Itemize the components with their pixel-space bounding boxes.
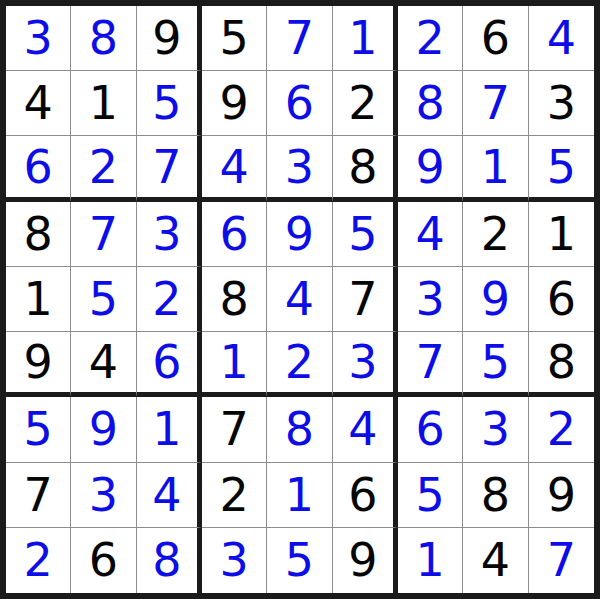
cell-r1c7[interactable]: 2 — [398, 6, 463, 71]
cell-r6c8[interactable]: 5 — [463, 332, 528, 397]
cell-r9c3[interactable]: 8 — [137, 528, 202, 593]
cell-r7c9[interactable]: 2 — [529, 397, 594, 462]
cell-r2c5[interactable]: 6 — [267, 71, 332, 136]
cell-r9c8[interactable]: 4 — [463, 528, 528, 593]
cell-r8c1[interactable]: 7 — [6, 463, 71, 528]
cell-r9c7[interactable]: 1 — [398, 528, 463, 593]
cell-r2c1[interactable]: 4 — [6, 71, 71, 136]
cell-r6c3[interactable]: 6 — [137, 332, 202, 397]
cell-r4c2[interactable]: 7 — [71, 202, 136, 267]
cell-r5c8[interactable]: 9 — [463, 267, 528, 332]
cell-r2c2[interactable]: 1 — [71, 71, 136, 136]
cell-r9c1[interactable]: 2 — [6, 528, 71, 593]
cell-r4c7[interactable]: 4 — [398, 202, 463, 267]
cell-r3c4[interactable]: 4 — [202, 136, 267, 201]
cell-r5c5[interactable]: 4 — [267, 267, 332, 332]
cell-r7c6[interactable]: 4 — [333, 397, 398, 462]
cell-r8c7[interactable]: 5 — [398, 463, 463, 528]
cell-r8c3[interactable]: 4 — [137, 463, 202, 528]
cell-r5c1[interactable]: 1 — [6, 267, 71, 332]
cell-r8c4[interactable]: 2 — [202, 463, 267, 528]
cell-r7c7[interactable]: 6 — [398, 397, 463, 462]
cell-r9c5[interactable]: 5 — [267, 528, 332, 593]
cell-r1c1[interactable]: 3 — [6, 6, 71, 71]
cell-r4c6[interactable]: 5 — [333, 202, 398, 267]
cell-r4c1[interactable]: 8 — [6, 202, 71, 267]
cell-r5c3[interactable]: 2 — [137, 267, 202, 332]
cell-r1c9[interactable]: 4 — [529, 6, 594, 71]
cell-r4c5[interactable]: 9 — [267, 202, 332, 267]
cell-r1c6[interactable]: 1 — [333, 6, 398, 71]
cell-r3c9[interactable]: 5 — [529, 136, 594, 201]
cell-r9c9[interactable]: 7 — [529, 528, 594, 593]
cell-r7c8[interactable]: 3 — [463, 397, 528, 462]
cell-r1c2[interactable]: 8 — [71, 6, 136, 71]
cell-r7c3[interactable]: 1 — [137, 397, 202, 462]
cell-r3c1[interactable]: 6 — [6, 136, 71, 201]
cell-r3c3[interactable]: 7 — [137, 136, 202, 201]
cell-r6c4[interactable]: 1 — [202, 332, 267, 397]
cell-r1c8[interactable]: 6 — [463, 6, 528, 71]
cell-r6c6[interactable]: 3 — [333, 332, 398, 397]
cell-r9c2[interactable]: 6 — [71, 528, 136, 593]
cell-r8c5[interactable]: 1 — [267, 463, 332, 528]
cell-r8c9[interactable]: 9 — [529, 463, 594, 528]
cell-r9c4[interactable]: 3 — [202, 528, 267, 593]
cell-r5c4[interactable]: 8 — [202, 267, 267, 332]
cell-r8c6[interactable]: 6 — [333, 463, 398, 528]
cell-r6c2[interactable]: 4 — [71, 332, 136, 397]
cell-r3c2[interactable]: 2 — [71, 136, 136, 201]
cell-r2c8[interactable]: 7 — [463, 71, 528, 136]
cell-r3c5[interactable]: 3 — [267, 136, 332, 201]
cell-r9c6[interactable]: 9 — [333, 528, 398, 593]
cell-r7c1[interactable]: 5 — [6, 397, 71, 462]
cell-r2c3[interactable]: 5 — [137, 71, 202, 136]
cell-r7c5[interactable]: 8 — [267, 397, 332, 462]
cell-r1c4[interactable]: 5 — [202, 6, 267, 71]
cell-r7c4[interactable]: 7 — [202, 397, 267, 462]
cell-r3c7[interactable]: 9 — [398, 136, 463, 201]
cell-r4c9[interactable]: 1 — [529, 202, 594, 267]
cell-r5c2[interactable]: 5 — [71, 267, 136, 332]
cell-r8c2[interactable]: 3 — [71, 463, 136, 528]
cell-r1c5[interactable]: 7 — [267, 6, 332, 71]
cell-r2c6[interactable]: 2 — [333, 71, 398, 136]
cell-r5c9[interactable]: 6 — [529, 267, 594, 332]
cell-r6c1[interactable]: 9 — [6, 332, 71, 397]
cell-r2c7[interactable]: 8 — [398, 71, 463, 136]
cell-r4c8[interactable]: 2 — [463, 202, 528, 267]
cell-r4c3[interactable]: 3 — [137, 202, 202, 267]
cell-r1c3[interactable]: 9 — [137, 6, 202, 71]
cell-r4c4[interactable]: 6 — [202, 202, 267, 267]
cell-r2c4[interactable]: 9 — [202, 71, 267, 136]
cell-r8c8[interactable]: 8 — [463, 463, 528, 528]
cell-r6c5[interactable]: 2 — [267, 332, 332, 397]
cell-r6c9[interactable]: 8 — [529, 332, 594, 397]
cell-r6c7[interactable]: 7 — [398, 332, 463, 397]
cell-r3c8[interactable]: 1 — [463, 136, 528, 201]
cell-r5c7[interactable]: 3 — [398, 267, 463, 332]
cell-r3c6[interactable]: 8 — [333, 136, 398, 201]
sudoku-board: 3895712644159628736274389158736954211528… — [0, 0, 600, 599]
cell-r7c2[interactable]: 9 — [71, 397, 136, 462]
cell-r5c6[interactable]: 7 — [333, 267, 398, 332]
cell-r2c9[interactable]: 3 — [529, 71, 594, 136]
